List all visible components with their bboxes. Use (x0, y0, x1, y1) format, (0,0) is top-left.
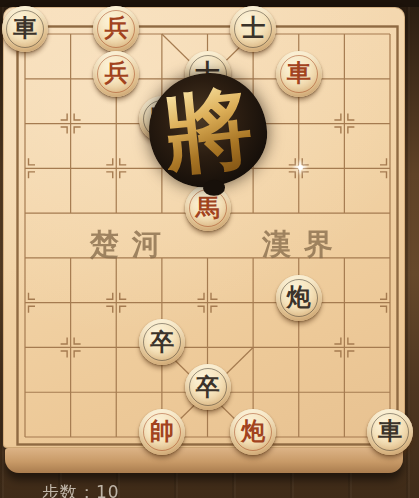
piece-black-cannon[interactable]: 炮 (276, 275, 322, 321)
sparkle-icon (292, 159, 308, 175)
piece-character: 馬 (196, 196, 220, 221)
piece-black-soldier[interactable]: 卒 (139, 319, 185, 365)
piece-red-general[interactable]: 帥 (139, 409, 185, 455)
piece-character: 兵 (104, 16, 128, 41)
piece-character: 車 (378, 419, 402, 444)
piece-character: 車 (287, 61, 311, 86)
check-banner-character: 將 (160, 82, 257, 179)
piece-red-cannon[interactable]: 炮 (230, 409, 276, 455)
piece-character: 卒 (150, 330, 174, 355)
step-counter: 步数：10 (42, 481, 120, 498)
piece-black-chariot[interactable]: 車 (2, 6, 48, 52)
piece-character: 炮 (241, 419, 265, 444)
piece-black-advisor[interactable]: 士 (230, 6, 276, 52)
piece-character: 車 (13, 16, 37, 41)
piece-character: 帥 (150, 419, 174, 444)
piece-character: 兵 (104, 61, 128, 86)
piece-red-soldier[interactable]: 兵 (93, 6, 139, 52)
piece-character: 炮 (287, 285, 311, 310)
piece-red-soldier[interactable]: 兵 (93, 51, 139, 97)
piece-red-chariot[interactable]: 車 (276, 51, 322, 97)
piece-character: 士 (241, 16, 265, 41)
piece-black-chariot[interactable]: 車 (367, 409, 413, 455)
piece-character: 卒 (196, 375, 220, 400)
piece-black-soldier[interactable]: 卒 (185, 364, 231, 410)
